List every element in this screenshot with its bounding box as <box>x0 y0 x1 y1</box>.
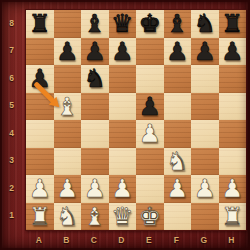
piece-black-pawn-h7[interactable]: ♟ <box>219 38 247 66</box>
file-label-C: C <box>80 229 108 250</box>
piece-black-king-e8[interactable]: ♚ <box>136 10 164 38</box>
square-f4[interactable] <box>164 120 192 148</box>
square-f2[interactable]: ♟ <box>164 175 192 203</box>
piece-white-pawn-c2[interactable]: ♟ <box>81 175 109 203</box>
rank-label-2: 2 <box>0 174 23 202</box>
square-a7[interactable] <box>26 38 54 66</box>
square-b8[interactable] <box>54 10 82 38</box>
square-c7[interactable]: ♟ <box>81 38 109 66</box>
square-b3[interactable] <box>54 148 82 176</box>
piece-black-pawn-g7[interactable]: ♟ <box>191 38 219 66</box>
square-d1[interactable]: ♛ <box>109 203 137 231</box>
square-e8[interactable]: ♚ <box>136 10 164 38</box>
piece-white-pawn-h2[interactable]: ♟ <box>219 175 247 203</box>
square-c6[interactable]: ♞ <box>81 65 109 93</box>
square-f5[interactable] <box>164 93 192 121</box>
piece-black-pawn-c7[interactable]: ♟ <box>81 38 109 66</box>
square-f3[interactable]: ♞ <box>164 148 192 176</box>
piece-white-rook-a1[interactable]: ♜ <box>26 203 54 231</box>
rank-label-1: 1 <box>0 202 23 230</box>
square-h3[interactable] <box>219 148 247 176</box>
square-d4[interactable] <box>109 120 137 148</box>
piece-white-pawn-e4[interactable]: ♟ <box>136 120 164 148</box>
square-f6[interactable] <box>164 65 192 93</box>
square-d8[interactable]: ♛ <box>109 10 137 38</box>
piece-white-queen-d1[interactable]: ♛ <box>109 203 137 231</box>
piece-black-queen-d8[interactable]: ♛ <box>109 10 137 38</box>
piece-black-knight-c6[interactable]: ♞ <box>81 65 109 93</box>
square-b1[interactable]: ♞ <box>54 203 82 231</box>
rank-label-5: 5 <box>0 92 23 120</box>
square-d7[interactable]: ♟ <box>109 38 137 66</box>
rank-label-3: 3 <box>0 147 23 175</box>
square-b7[interactable]: ♟ <box>54 38 82 66</box>
piece-black-bishop-f8[interactable]: ♝ <box>164 10 192 38</box>
piece-white-knight-f3[interactable]: ♞ <box>164 148 192 176</box>
square-h2[interactable]: ♟ <box>219 175 247 203</box>
piece-white-bishop-b5[interactable]: ♝ <box>54 93 82 121</box>
square-h8[interactable]: ♜ <box>219 10 247 38</box>
square-h7[interactable]: ♟ <box>219 38 247 66</box>
piece-white-king-e1[interactable]: ♚ <box>136 203 164 231</box>
square-d3[interactable] <box>109 148 137 176</box>
rank-label-8: 8 <box>0 9 23 37</box>
square-g6[interactable] <box>191 65 219 93</box>
piece-white-pawn-f2[interactable]: ♟ <box>164 175 192 203</box>
square-a6[interactable]: ♟ <box>26 65 54 93</box>
square-a5[interactable] <box>26 93 54 121</box>
square-g3[interactable] <box>191 148 219 176</box>
square-c8[interactable]: ♝ <box>81 10 109 38</box>
square-e3[interactable] <box>136 148 164 176</box>
square-a1[interactable]: ♜ <box>26 203 54 231</box>
piece-white-bishop-c1[interactable]: ♝ <box>81 203 109 231</box>
square-c5[interactable] <box>81 93 109 121</box>
square-h1[interactable]: ♜ <box>219 203 247 231</box>
rank-label-6: 6 <box>0 64 23 92</box>
square-h5[interactable] <box>219 93 247 121</box>
square-b2[interactable]: ♟ <box>54 175 82 203</box>
file-label-A: A <box>25 229 53 250</box>
piece-white-pawn-d2[interactable]: ♟ <box>109 175 137 203</box>
chess-board-window: ♜♝♛♚♝♞♜♟♟♟♟♟♟♟♞♝♟♟♞♟♟♟♟♟♟♟♜♞♝♛♚♜ 8765432… <box>0 0 250 250</box>
piece-black-pawn-d7[interactable]: ♟ <box>109 38 137 66</box>
square-f7[interactable]: ♟ <box>164 38 192 66</box>
square-g5[interactable] <box>191 93 219 121</box>
square-g4[interactable] <box>191 120 219 148</box>
square-e6[interactable] <box>136 65 164 93</box>
square-b6[interactable] <box>54 65 82 93</box>
piece-white-pawn-g2[interactable]: ♟ <box>191 175 219 203</box>
square-g2[interactable]: ♟ <box>191 175 219 203</box>
square-e1[interactable]: ♚ <box>136 203 164 231</box>
square-h6[interactable] <box>219 65 247 93</box>
piece-white-pawn-b2[interactable]: ♟ <box>54 175 82 203</box>
square-a3[interactable] <box>26 148 54 176</box>
piece-black-pawn-e5[interactable]: ♟ <box>136 93 164 121</box>
file-label-D: D <box>108 229 136 250</box>
square-h4[interactable] <box>219 120 247 148</box>
square-e5[interactable]: ♟ <box>136 93 164 121</box>
piece-black-bishop-c8[interactable]: ♝ <box>81 10 109 38</box>
square-a4[interactable] <box>26 120 54 148</box>
square-c3[interactable] <box>81 148 109 176</box>
square-a2[interactable]: ♟ <box>26 175 54 203</box>
square-g7[interactable]: ♟ <box>191 38 219 66</box>
piece-black-pawn-b7[interactable]: ♟ <box>54 38 82 66</box>
piece-black-pawn-f7[interactable]: ♟ <box>164 38 192 66</box>
chess-board: ♜♝♛♚♝♞♜♟♟♟♟♟♟♟♞♝♟♟♞♟♟♟♟♟♟♟♜♞♝♛♚♜ <box>25 9 247 231</box>
square-d2[interactable]: ♟ <box>109 175 137 203</box>
square-b5[interactable]: ♝ <box>54 93 82 121</box>
rank-label-7: 7 <box>0 37 23 65</box>
file-label-H: H <box>218 229 246 250</box>
square-d5[interactable] <box>109 93 137 121</box>
rank-label-4: 4 <box>0 119 23 147</box>
square-g1[interactable] <box>191 203 219 231</box>
file-label-F: F <box>163 229 191 250</box>
file-label-E: E <box>135 229 163 250</box>
square-a8[interactable]: ♜ <box>26 10 54 38</box>
square-c4[interactable] <box>81 120 109 148</box>
piece-black-pawn-a6[interactable]: ♟ <box>26 65 54 93</box>
piece-white-pawn-a2[interactable]: ♟ <box>26 175 54 203</box>
file-label-B: B <box>53 229 81 250</box>
square-e4[interactable]: ♟ <box>136 120 164 148</box>
square-c2[interactable]: ♟ <box>81 175 109 203</box>
piece-black-knight-g8[interactable]: ♞ <box>191 10 219 38</box>
square-b4[interactable] <box>54 120 82 148</box>
square-d6[interactable] <box>109 65 137 93</box>
square-g8[interactable]: ♞ <box>191 10 219 38</box>
piece-black-rook-h8[interactable]: ♜ <box>219 10 247 38</box>
piece-white-knight-b1[interactable]: ♞ <box>54 203 82 231</box>
square-e7[interactable] <box>136 38 164 66</box>
square-f1[interactable] <box>164 203 192 231</box>
piece-black-rook-a8[interactable]: ♜ <box>26 10 54 38</box>
file-label-G: G <box>190 229 218 250</box>
square-c1[interactable]: ♝ <box>81 203 109 231</box>
piece-white-rook-h1[interactable]: ♜ <box>219 203 247 231</box>
square-e2[interactable] <box>136 175 164 203</box>
square-f8[interactable]: ♝ <box>164 10 192 38</box>
